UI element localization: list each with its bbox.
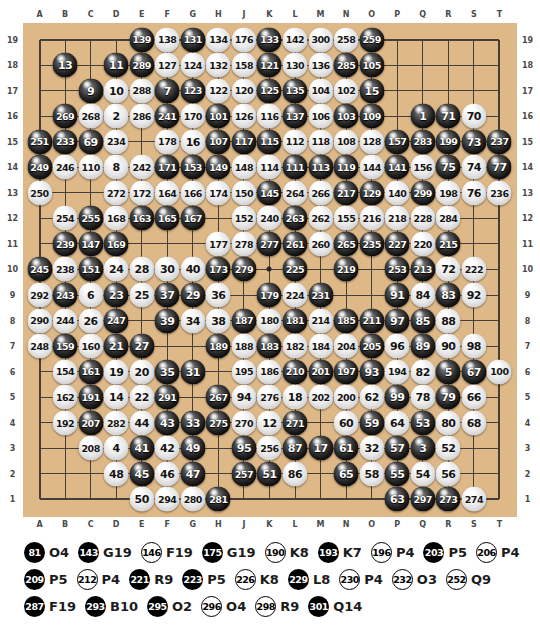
move-point-label: B10	[110, 599, 138, 614]
stone-Q2: 54	[410, 461, 435, 486]
column-label-bottom: B	[62, 519, 68, 528]
stone-C17: 9	[78, 78, 103, 103]
stone-N3: 61	[334, 436, 359, 461]
stone-M5: 202	[308, 385, 333, 410]
row-label-right: 17	[522, 86, 533, 95]
stone-R16: 71	[436, 104, 461, 129]
stone-J17: 120	[231, 78, 256, 103]
stone-J11: 278	[231, 231, 256, 256]
stone-F19: 138	[155, 27, 180, 52]
row-label-right: 7	[525, 342, 531, 351]
stone-N5: 200	[334, 385, 359, 410]
move-point-label: P4	[396, 545, 415, 560]
row-label-right: 11	[522, 239, 533, 248]
black-move-disc: 295	[147, 596, 168, 617]
stone-E9: 25	[129, 283, 154, 308]
column-label-top: N	[343, 9, 350, 18]
caption-entry: 223P5	[182, 569, 226, 590]
stone-P3: 57	[385, 436, 410, 461]
stone-H4: 275	[206, 410, 231, 435]
stone-G13: 166	[180, 180, 205, 205]
stone-R9: 83	[436, 283, 461, 308]
stone-E16: 286	[129, 104, 154, 129]
move-point-label: K7	[343, 545, 362, 560]
row-label-right: 12	[522, 214, 533, 223]
stone-K5: 276	[257, 385, 282, 410]
stone-G17: 123	[180, 78, 205, 103]
stone-H9: 36	[206, 283, 231, 308]
stone-T14: 77	[487, 155, 512, 180]
white-move-disc: 230	[339, 569, 360, 590]
column-label-bottom: E	[139, 519, 144, 528]
stone-E4: 44	[129, 410, 154, 435]
move-point-label: G19	[103, 545, 132, 560]
stone-G15: 16	[180, 129, 205, 154]
stone-O17: 15	[359, 78, 384, 103]
row-label-right: 10	[522, 265, 533, 274]
stone-C15: 69	[78, 129, 103, 154]
stone-E7: 27	[129, 334, 154, 359]
stone-G6: 31	[180, 359, 205, 384]
stone-P15: 157	[385, 129, 410, 154]
stone-O8: 211	[359, 308, 384, 333]
white-move-disc: 296	[201, 596, 222, 617]
move-point-label: O4	[49, 545, 69, 560]
stone-M11: 260	[308, 231, 333, 256]
stone-M9: 231	[308, 283, 333, 308]
stone-H8: 38	[206, 308, 231, 333]
column-label-bottom: C	[88, 519, 94, 528]
stone-F5: 291	[155, 385, 180, 410]
stone-L13: 264	[283, 180, 308, 205]
column-label-top: H	[215, 9, 222, 18]
stone-O11: 235	[359, 231, 384, 256]
stone-Q4: 53	[410, 410, 435, 435]
black-move-disc: 143	[78, 542, 99, 563]
stone-H11: 177	[206, 231, 231, 256]
move-point-label: P4	[102, 572, 121, 587]
stone-R14: 75	[436, 155, 461, 180]
stone-H13: 174	[206, 180, 231, 205]
move-point-label: R9	[280, 599, 299, 614]
stone-Q12: 228	[410, 206, 435, 231]
stone-P10: 253	[385, 257, 410, 282]
black-move-disc: 221	[129, 569, 150, 590]
stone-O14: 144	[359, 155, 384, 180]
stone-K14: 114	[257, 155, 282, 180]
caption-entry: 229L8	[288, 569, 330, 590]
stone-J19: 176	[231, 27, 256, 52]
stone-O13: 129	[359, 180, 384, 205]
row-label-left: 4	[10, 418, 16, 427]
black-move-disc: 287	[24, 596, 45, 617]
black-move-disc: 81	[24, 542, 45, 563]
column-label-bottom: A	[36, 519, 42, 528]
column-label-top: K	[266, 9, 272, 18]
stone-N14: 119	[334, 155, 359, 180]
stone-N7: 204	[334, 334, 359, 359]
column-label-top: E	[139, 9, 144, 18]
stone-F2: 46	[155, 461, 180, 486]
column-label-top: A	[36, 9, 42, 18]
caption-line-3: 287F19293B10295O2296O4298R9301Q14	[24, 596, 371, 617]
stone-K6: 186	[257, 359, 282, 384]
stone-H18: 132	[206, 53, 231, 78]
caption-entry: 252Q9	[446, 569, 491, 590]
move-point-label: G19	[227, 545, 256, 560]
caption-entry: 221R9	[129, 569, 173, 590]
row-label-left: 16	[7, 112, 18, 121]
stone-R12: 284	[436, 206, 461, 231]
row-label-left: 10	[7, 265, 18, 274]
black-move-disc: 209	[24, 569, 45, 590]
stone-Q3: 3	[410, 436, 435, 461]
stone-F17: 7	[155, 78, 180, 103]
stone-J12: 152	[231, 206, 256, 231]
stone-L8: 181	[283, 308, 308, 333]
stone-D14: 8	[104, 155, 129, 180]
row-label-right: 3	[525, 444, 531, 453]
stone-L12: 263	[283, 206, 308, 231]
stone-O3: 32	[359, 436, 384, 461]
stone-T15: 237	[487, 129, 512, 154]
move-point-label: Q9	[471, 572, 491, 587]
stone-O2: 58	[359, 461, 384, 486]
stone-J14: 148	[231, 155, 256, 180]
stone-K8: 180	[257, 308, 282, 333]
stone-S1: 274	[461, 487, 486, 512]
move-point-label: O2	[172, 599, 192, 614]
stone-Q7: 89	[410, 334, 435, 359]
stone-G3: 49	[180, 436, 205, 461]
stone-O6: 93	[359, 359, 384, 384]
stone-R1: 273	[436, 487, 461, 512]
stone-J8: 187	[231, 308, 256, 333]
row-label-left: 2	[10, 469, 16, 478]
stone-J6: 195	[231, 359, 256, 384]
stone-L18: 130	[283, 53, 308, 78]
row-label-right: 18	[522, 61, 533, 70]
row-label-left: 19	[7, 35, 18, 44]
stone-C5: 191	[78, 385, 103, 410]
stone-R11: 215	[436, 231, 461, 256]
stone-D16: 2	[104, 104, 129, 129]
stone-O16: 109	[359, 104, 384, 129]
stone-N10: 219	[334, 257, 359, 282]
stone-E18: 289	[129, 53, 154, 78]
row-label-right: 4	[525, 418, 531, 427]
caption-entry: 226K8	[235, 569, 279, 590]
white-move-disc: 190	[265, 542, 286, 563]
stone-L2: 86	[283, 461, 308, 486]
row-label-left: 11	[7, 239, 18, 248]
stone-D8: 247	[104, 308, 129, 333]
row-label-left: 14	[7, 163, 18, 172]
caption-entry: 175G19	[202, 542, 256, 563]
stone-R6: 5	[436, 359, 461, 384]
stone-K11: 277	[257, 231, 282, 256]
stone-D11: 169	[104, 231, 129, 256]
stone-R2: 56	[436, 461, 461, 486]
caption-entry: 146F19	[141, 542, 193, 563]
white-move-disc: 252	[446, 569, 467, 590]
stone-T6: 100	[487, 359, 512, 384]
column-label-bottom: N	[343, 519, 350, 528]
row-label-left: 6	[10, 367, 16, 376]
row-label-right: 14	[522, 163, 533, 172]
stone-B18: 13	[53, 53, 78, 78]
column-label-top: T	[497, 9, 502, 18]
stone-N18: 285	[334, 53, 359, 78]
stone-M13: 266	[308, 180, 333, 205]
stone-D10: 24	[104, 257, 129, 282]
stone-E19: 139	[129, 27, 154, 52]
black-move-disc: 229	[288, 569, 309, 590]
stone-M18: 136	[308, 53, 333, 78]
stone-L5: 18	[283, 385, 308, 410]
stone-G9: 29	[180, 283, 205, 308]
stone-S15: 73	[461, 129, 486, 154]
stone-S9: 92	[461, 283, 486, 308]
column-label-top: D	[113, 9, 120, 18]
stone-K16: 116	[257, 104, 282, 129]
stone-C16: 268	[78, 104, 103, 129]
stone-R4: 80	[436, 410, 461, 435]
stone-J7: 188	[231, 334, 256, 359]
column-label-top: R	[445, 9, 451, 18]
stone-F12: 165	[155, 206, 180, 231]
white-move-disc: 212	[77, 569, 98, 590]
row-label-left: 9	[10, 291, 16, 300]
column-label-top: J	[242, 9, 245, 18]
stone-L16: 137	[283, 104, 308, 129]
stone-S14: 74	[461, 155, 486, 180]
stone-Q6: 82	[410, 359, 435, 384]
stone-G19: 131	[180, 27, 205, 52]
row-label-left: 5	[10, 393, 16, 402]
stone-L7: 182	[283, 334, 308, 359]
stone-Q8: 85	[410, 308, 435, 333]
stone-B4: 192	[53, 410, 78, 435]
stone-B6: 154	[53, 359, 78, 384]
column-label-top: L	[292, 9, 297, 18]
stone-O12: 216	[359, 206, 384, 231]
stone-Q14: 156	[410, 155, 435, 180]
stone-R5: 79	[436, 385, 461, 410]
white-move-disc: 226	[235, 569, 256, 590]
stone-F15: 178	[155, 129, 180, 154]
stone-B10: 238	[53, 257, 78, 282]
stone-K15: 115	[257, 129, 282, 154]
stone-D17: 10	[104, 78, 129, 103]
stone-F18: 127	[155, 53, 180, 78]
stone-N2: 65	[334, 461, 359, 486]
row-label-right: 1	[525, 495, 531, 504]
stone-J13: 150	[231, 180, 256, 205]
row-label-left: 1	[10, 495, 16, 504]
column-label-bottom: F	[165, 519, 170, 528]
column-label-bottom: D	[113, 519, 120, 528]
caption-entry: 206P4	[476, 542, 520, 563]
go-kifu-diagram: 1391381311341761331423002582591311289127…	[0, 0, 540, 629]
stone-E2: 45	[129, 461, 154, 486]
caption-entry: 190K8	[265, 542, 309, 563]
stone-J16: 126	[231, 104, 256, 129]
stone-P11: 227	[385, 231, 410, 256]
stone-B15: 233	[53, 129, 78, 154]
stone-K7: 183	[257, 334, 282, 359]
stone-A13: 250	[27, 180, 52, 205]
stone-K12: 240	[257, 206, 282, 231]
stone-P7: 96	[385, 334, 410, 359]
stone-L3: 87	[283, 436, 308, 461]
stone-F8: 39	[155, 308, 180, 333]
black-move-disc: 175	[202, 542, 223, 563]
stone-E10: 28	[129, 257, 154, 282]
column-label-top: B	[62, 9, 68, 18]
stone-G12: 167	[180, 206, 205, 231]
move-point-label: F19	[49, 599, 76, 614]
stone-O7: 205	[359, 334, 384, 359]
row-label-left: 17	[7, 86, 18, 95]
stone-B5: 162	[53, 385, 78, 410]
stone-O18: 105	[359, 53, 384, 78]
stone-Q11: 220	[410, 231, 435, 256]
move-point-label: P5	[49, 572, 68, 587]
stone-Q5: 78	[410, 385, 435, 410]
move-point-label: F19	[166, 545, 193, 560]
stone-M12: 262	[308, 206, 333, 231]
caption-entry: 296O4	[201, 596, 246, 617]
caption-entry: 301Q14	[308, 596, 362, 617]
stone-P5: 99	[385, 385, 410, 410]
stone-G4: 33	[180, 410, 205, 435]
stone-M14: 113	[308, 155, 333, 180]
caption-entry: 295O2	[147, 596, 192, 617]
stone-H19: 134	[206, 27, 231, 52]
stone-L14: 111	[283, 155, 308, 180]
stone-G14: 153	[180, 155, 205, 180]
caption-entry: 212P4	[77, 569, 121, 590]
column-label-bottom: O	[368, 519, 375, 528]
stone-R15: 199	[436, 129, 461, 154]
column-label-bottom: Q	[419, 519, 426, 528]
stone-D3: 4	[104, 436, 129, 461]
caption-entry: 203P5	[423, 542, 467, 563]
stone-A7: 248	[27, 334, 52, 359]
column-label-bottom: G	[190, 519, 197, 528]
black-move-disc: 293	[85, 596, 106, 617]
column-label-top: F	[165, 9, 170, 18]
caption-entry: 232O3	[392, 569, 437, 590]
stone-E12: 163	[129, 206, 154, 231]
stone-Q15: 283	[410, 129, 435, 154]
caption-line-2: 209P5212P4221R9223P5226K8229L8230P4232O3…	[24, 569, 500, 590]
stone-H7: 189	[206, 334, 231, 359]
stone-J15: 117	[231, 129, 256, 154]
row-label-left: 15	[7, 137, 18, 146]
column-label-bottom: R	[445, 519, 451, 528]
row-label-left: 12	[7, 214, 18, 223]
stone-J4: 270	[231, 410, 256, 435]
stone-L4: 271	[283, 410, 308, 435]
stone-F4: 43	[155, 410, 180, 435]
stone-N12: 155	[334, 206, 359, 231]
stone-H17: 122	[206, 78, 231, 103]
stone-R3: 52	[436, 436, 461, 461]
caption-entry: 193K7	[318, 542, 362, 563]
stone-C10: 151	[78, 257, 103, 282]
stone-B16: 269	[53, 104, 78, 129]
stone-R8: 88	[436, 308, 461, 333]
stone-L11: 261	[283, 231, 308, 256]
stone-K17: 125	[257, 78, 282, 103]
column-label-bottom: T	[497, 519, 502, 528]
caption-entry: 287F19	[24, 596, 76, 617]
white-move-disc: 196	[371, 542, 392, 563]
stone-B14: 246	[53, 155, 78, 180]
stone-N11: 265	[334, 231, 359, 256]
row-label-right: 16	[522, 112, 533, 121]
stone-Q1: 297	[410, 487, 435, 512]
stone-K3: 256	[257, 436, 282, 461]
stone-N15: 108	[334, 129, 359, 154]
stone-F16: 241	[155, 104, 180, 129]
column-label-bottom: H	[215, 519, 222, 528]
row-label-left: 18	[7, 61, 18, 70]
stone-E13: 172	[129, 180, 154, 205]
stone-S4: 68	[461, 410, 486, 435]
stone-G18: 124	[180, 53, 205, 78]
stone-F1: 294	[155, 487, 180, 512]
column-label-top: P	[394, 9, 400, 18]
column-label-top: C	[88, 9, 94, 18]
row-label-left: 7	[10, 342, 16, 351]
stone-Q16: 1	[410, 104, 435, 129]
stone-M3: 17	[308, 436, 333, 461]
stone-C14: 110	[78, 155, 103, 180]
stone-H14: 149	[206, 155, 231, 180]
stone-Q10: 213	[410, 257, 435, 282]
stone-G8: 34	[180, 308, 205, 333]
black-move-disc: 301	[308, 596, 329, 617]
move-point-label: Q14	[333, 599, 362, 614]
stone-N19: 258	[334, 27, 359, 52]
move-point-label: O3	[417, 572, 437, 587]
stone-J2: 257	[231, 461, 256, 486]
stone-G2: 47	[180, 461, 205, 486]
stone-J18: 158	[231, 53, 256, 78]
caption-entry: 230P4	[339, 569, 383, 590]
stone-E1: 50	[129, 487, 154, 512]
stone-C9: 6	[78, 283, 103, 308]
stone-A10: 245	[27, 257, 52, 282]
move-point-label: P4	[364, 572, 383, 587]
go-board: 1391381311341761331423002582591311289127…	[23, 23, 517, 517]
stone-P1: 63	[385, 487, 410, 512]
stone-N4: 60	[334, 410, 359, 435]
stone-G16: 170	[180, 104, 205, 129]
stone-A15: 251	[27, 129, 52, 154]
row-label-left: 13	[7, 188, 18, 197]
stone-O5: 62	[359, 385, 384, 410]
stone-F9: 37	[155, 283, 180, 308]
row-label-right: 9	[525, 291, 531, 300]
stone-K18: 121	[257, 53, 282, 78]
stone-K4: 12	[257, 410, 282, 435]
stone-H15: 107	[206, 129, 231, 154]
stone-E14: 242	[129, 155, 154, 180]
